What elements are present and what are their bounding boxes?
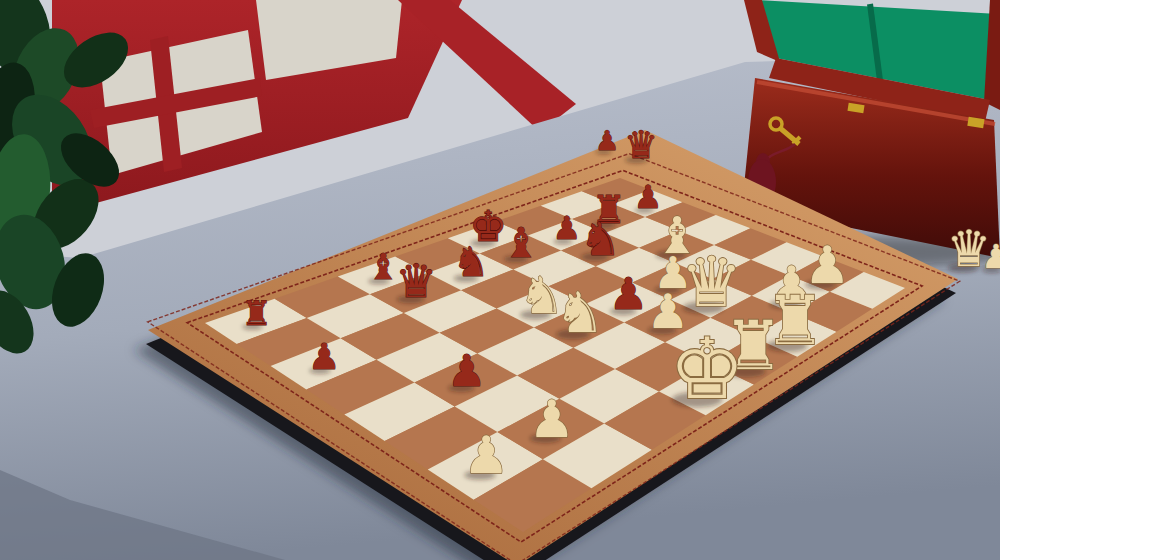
red-bishop-e7: ♝ (503, 219, 539, 267)
red-knight-f6: ♞ (580, 212, 621, 266)
red-pawn-a6: ♟ (308, 336, 340, 377)
red-rook-a8: ♜ (241, 294, 271, 333)
red-captured-pawn: ♟ (595, 125, 619, 156)
red-knight-d7: ♞ (453, 238, 489, 286)
svg-text:♟: ♟ (981, 237, 1000, 276)
svg-text:♟: ♟ (553, 210, 581, 246)
svg-text:♞: ♞ (555, 280, 605, 345)
red-captured-queen: ♛ (624, 123, 658, 167)
svg-text:♟: ♟ (595, 125, 619, 156)
svg-text:♜: ♜ (241, 294, 271, 333)
white-pawn-b2: ♟ (528, 389, 574, 449)
white-knight-d4: ♞ (555, 280, 605, 345)
red-pawn-f7: ♟ (553, 210, 581, 246)
red-pawn-e4: ♟ (609, 268, 648, 319)
white-pawn-a2: ♟ (463, 425, 509, 485)
chess-set-photo: ♟♛♟♜♟♚♝♞♝♛♟♞♝♟♟♛♟♛♟♞♜♟♞♜♟♜♟♚♟♟ (0, 0, 1000, 560)
svg-text:♞: ♞ (453, 238, 489, 286)
svg-text:♟: ♟ (447, 345, 486, 396)
svg-text:♞: ♞ (580, 212, 621, 266)
svg-text:♛: ♛ (624, 123, 658, 167)
svg-text:♟: ♟ (463, 425, 509, 485)
svg-text:♚: ♚ (669, 320, 745, 418)
white-right-margin (1000, 0, 1158, 560)
white-captured-pawn: ♟ (981, 237, 1000, 276)
red-pawn-b4: ♟ (447, 345, 486, 396)
red-queen-c7: ♛ (395, 254, 436, 308)
red-bishop-c8: ♝ (367, 246, 399, 287)
svg-text:♝: ♝ (367, 246, 399, 287)
white-king-d1: ♚ (669, 320, 745, 418)
svg-text:♟: ♟ (609, 268, 648, 319)
svg-text:♝: ♝ (503, 219, 539, 267)
svg-text:♟: ♟ (528, 389, 574, 449)
svg-text:♟: ♟ (308, 336, 340, 377)
screenshot: ♟♛♟♜♟♚♝♞♝♛♟♞♝♟♟♛♟♛♟♞♜♟♞♜♟♜♟♚♟♟ (0, 0, 1158, 560)
svg-text:♛: ♛ (395, 254, 436, 308)
scene-canvas: ♟♛♟♜♟♚♝♞♝♛♟♞♝♟♟♛♟♛♟♞♜♟♞♜♟♜♟♚♟♟ (0, 0, 1000, 560)
